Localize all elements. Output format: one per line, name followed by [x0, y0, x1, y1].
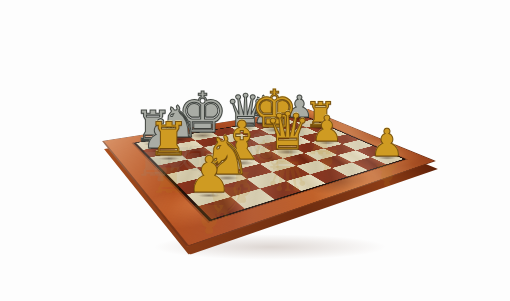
chess-set-product-photo: ♜♜♞♞♚♚♛♛♞♞♟♟♟♟♚♚♜♜♜♜♝♝♛♛♟♟♞♞♟♟♟♟ [0, 0, 510, 301]
playing-field [136, 115, 403, 219]
floor-shadow [115, 230, 425, 264]
